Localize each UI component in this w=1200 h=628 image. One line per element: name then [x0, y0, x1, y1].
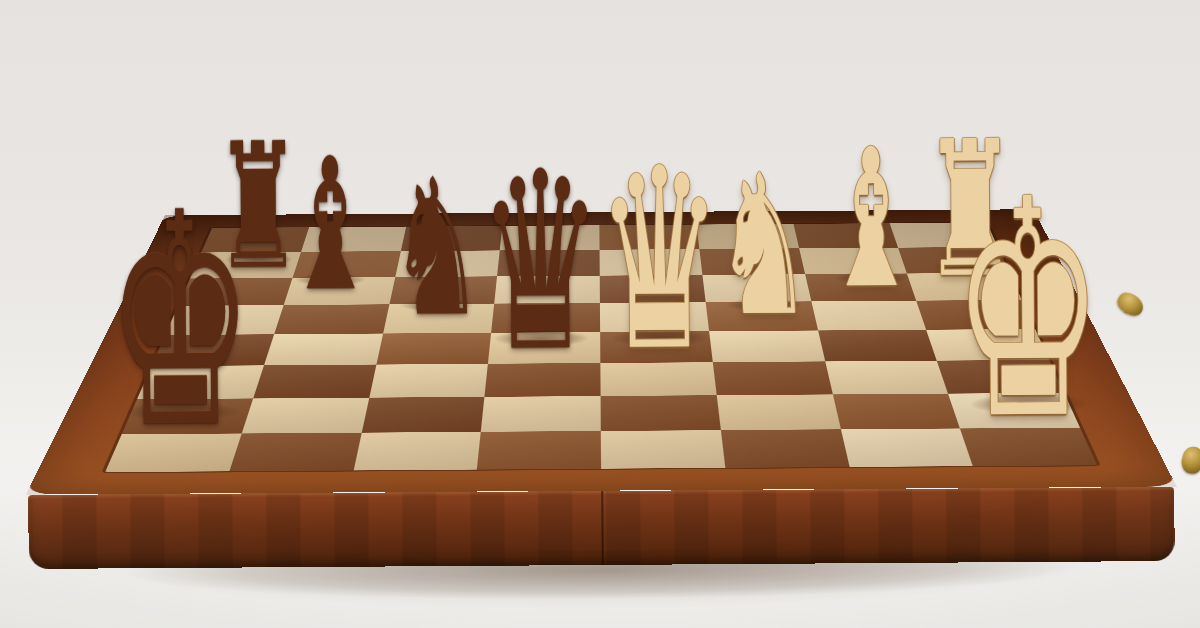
- square-b2[interactable]: [241, 397, 368, 433]
- square-c1[interactable]: [353, 432, 481, 471]
- square-f1[interactable]: [721, 429, 849, 467]
- piece-white-knight-f5[interactable]: ♞: [714, 148, 813, 343]
- piece-white-king-h2[interactable]: ♚: [952, 160, 1105, 461]
- square-g2[interactable]: [832, 393, 960, 429]
- piece-black-bishop-b6[interactable]: ♝: [284, 133, 377, 316]
- square-e1[interactable]: [601, 430, 725, 468]
- scene-rotation-wrapper: ♜♜♝♝♞♞♛♛♚♚: [0, 0, 1200, 628]
- photo-stage: ♜♜♝♝♞♞♛♛♚♚: [0, 0, 1200, 628]
- folding-seam: [601, 491, 604, 565]
- board-front-edge: [28, 487, 1174, 569]
- square-g4[interactable]: [818, 330, 937, 362]
- piece-black-queen-d4[interactable]: ♛: [478, 139, 603, 386]
- square-b3[interactable]: [253, 364, 376, 398]
- square-g3[interactable]: [825, 361, 948, 395]
- square-b4[interactable]: [264, 334, 383, 366]
- square-f3[interactable]: [713, 361, 833, 395]
- piece-black-king-a2[interactable]: ♚: [105, 173, 255, 468]
- square-f2[interactable]: [716, 394, 840, 430]
- piece-white-queen-e4[interactable]: ♛: [596, 135, 723, 386]
- piece-black-knight-c5[interactable]: ♞: [389, 154, 485, 343]
- square-d1[interactable]: [477, 431, 601, 470]
- square-c2[interactable]: [361, 397, 484, 433]
- square-c3[interactable]: [369, 364, 488, 398]
- piece-white-bishop-g6[interactable]: ♝: [823, 124, 920, 316]
